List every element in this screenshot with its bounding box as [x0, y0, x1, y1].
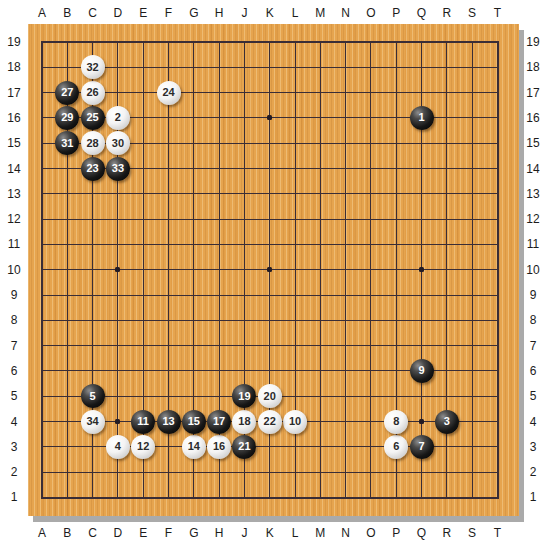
stone-white-22: 22 [258, 410, 282, 434]
stone-move-number: 4 [115, 441, 121, 452]
column-label-top: O [360, 6, 382, 20]
column-label-top: K [259, 6, 281, 20]
stone-white-30: 30 [106, 131, 130, 155]
stone-move-number: 19 [238, 391, 250, 402]
column-label-bottom: B [56, 526, 78, 540]
stone-white-2: 2 [106, 106, 130, 130]
stone-white-24: 24 [157, 81, 181, 105]
stone-move-number: 16 [213, 441, 225, 452]
stone-move-number: 3 [444, 416, 450, 427]
stone-white-28: 28 [81, 131, 105, 155]
row-label-left: 7 [3, 339, 25, 353]
column-label-top: A [31, 6, 53, 20]
star-point [267, 115, 272, 120]
stone-move-number: 18 [238, 416, 250, 427]
stone-white-10: 10 [283, 410, 307, 434]
column-label-bottom: D [107, 526, 129, 540]
column-label-top: J [233, 6, 255, 20]
stone-move-number: 20 [264, 391, 276, 402]
stone-move-number: 8 [393, 416, 399, 427]
stone-move-number: 15 [188, 416, 200, 427]
stone-move-number: 14 [188, 441, 200, 452]
star-point [267, 267, 272, 272]
stone-move-number: 34 [86, 416, 98, 427]
stone-white-32: 32 [81, 55, 105, 79]
column-label-top: R [436, 6, 458, 20]
stone-black-33: 33 [106, 157, 130, 181]
row-label-left: 10 [3, 263, 25, 277]
row-label-right: 5 [522, 389, 544, 403]
stone-move-number: 30 [112, 138, 124, 149]
column-label-bottom: F [158, 526, 180, 540]
row-label-right: 4 [522, 415, 544, 429]
stone-move-number: 13 [162, 416, 174, 427]
row-label-left: 19 [3, 35, 25, 49]
row-label-right: 11 [522, 237, 544, 251]
go-diagram-page: 1234567891011121314151617181920212223242… [0, 0, 550, 550]
row-label-right: 12 [522, 212, 544, 226]
stone-black-3: 3 [435, 410, 459, 434]
stone-black-5: 5 [81, 384, 105, 408]
column-label-bottom: Q [411, 526, 433, 540]
row-label-left: 6 [3, 364, 25, 378]
column-label-bottom: R [436, 526, 458, 540]
stone-white-16: 16 [207, 435, 231, 459]
star-point [419, 267, 424, 272]
column-label-bottom: S [461, 526, 483, 540]
stone-move-number: 21 [238, 441, 250, 452]
stone-move-number: 29 [61, 112, 73, 123]
stone-move-number: 32 [86, 62, 98, 73]
column-label-bottom: K [259, 526, 281, 540]
column-label-bottom: T [486, 526, 508, 540]
column-label-top: G [183, 6, 205, 20]
stone-move-number: 23 [86, 163, 98, 174]
stone-black-11: 11 [131, 410, 155, 434]
column-label-bottom: O [360, 526, 382, 540]
stone-move-number: 7 [418, 441, 424, 452]
stone-black-17: 17 [207, 410, 231, 434]
row-label-left: 9 [3, 288, 25, 302]
row-label-left: 3 [3, 440, 25, 454]
row-label-left: 11 [3, 237, 25, 251]
stone-white-34: 34 [81, 410, 105, 434]
row-label-right: 7 [522, 339, 544, 353]
stone-white-4: 4 [106, 435, 130, 459]
column-label-top: F [158, 6, 180, 20]
row-label-right: 10 [522, 263, 544, 277]
stone-white-12: 12 [131, 435, 155, 459]
row-label-right: 14 [522, 162, 544, 176]
stone-black-25: 25 [81, 106, 105, 130]
row-label-right: 18 [522, 60, 544, 74]
stone-move-number: 28 [86, 138, 98, 149]
column-label-top: C [82, 6, 104, 20]
column-label-top: N [335, 6, 357, 20]
row-label-right: 6 [522, 364, 544, 378]
stone-move-number: 12 [137, 441, 149, 452]
column-label-bottom: N [335, 526, 357, 540]
row-label-left: 16 [3, 111, 25, 125]
column-label-bottom: L [284, 526, 306, 540]
row-label-right: 9 [522, 288, 544, 302]
stone-black-27: 27 [55, 81, 79, 105]
stone-black-1: 1 [410, 106, 434, 130]
star-point [115, 419, 120, 424]
column-label-bottom: E [132, 526, 154, 540]
row-label-right: 13 [522, 187, 544, 201]
stone-move-number: 1 [418, 112, 424, 123]
column-label-top: B [56, 6, 78, 20]
stone-move-number: 24 [162, 87, 174, 98]
stone-move-number: 33 [112, 163, 124, 174]
stone-white-20: 20 [258, 384, 282, 408]
stone-move-number: 17 [213, 416, 225, 427]
column-label-bottom: C [82, 526, 104, 540]
stone-white-14: 14 [182, 435, 206, 459]
column-label-top: Q [411, 6, 433, 20]
stone-move-number: 22 [264, 416, 276, 427]
row-label-left: 15 [3, 136, 25, 150]
column-label-top: S [461, 6, 483, 20]
stone-move-number: 25 [86, 112, 98, 123]
column-label-bottom: H [208, 526, 230, 540]
row-label-right: 2 [522, 465, 544, 479]
column-label-bottom: A [31, 526, 53, 540]
stone-black-23: 23 [81, 157, 105, 181]
column-label-bottom: M [309, 526, 331, 540]
row-label-right: 15 [522, 136, 544, 150]
column-label-top: P [385, 6, 407, 20]
stone-move-number: 26 [86, 87, 98, 98]
row-label-right: 17 [522, 86, 544, 100]
stone-white-26: 26 [81, 81, 105, 105]
row-label-left: 4 [3, 415, 25, 429]
row-label-left: 14 [3, 162, 25, 176]
row-label-left: 12 [3, 212, 25, 226]
stone-white-18: 18 [232, 410, 256, 434]
row-label-left: 1 [3, 490, 25, 504]
column-label-top: H [208, 6, 230, 20]
row-label-left: 13 [3, 187, 25, 201]
row-label-right: 1 [522, 490, 544, 504]
stone-move-number: 11 [137, 416, 149, 427]
stone-move-number: 5 [90, 391, 96, 402]
column-label-top: E [132, 6, 154, 20]
row-label-right: 19 [522, 35, 544, 49]
go-board: 1234567891011121314151617181920212223242… [28, 24, 519, 516]
row-label-right: 3 [522, 440, 544, 454]
column-label-bottom: J [233, 526, 255, 540]
row-label-right: 8 [522, 313, 544, 327]
row-label-left: 8 [3, 313, 25, 327]
stone-black-13: 13 [157, 410, 181, 434]
row-label-left: 5 [3, 389, 25, 403]
column-label-bottom: G [183, 526, 205, 540]
column-label-top: M [309, 6, 331, 20]
stone-white-8: 8 [384, 410, 408, 434]
row-label-right: 16 [522, 111, 544, 125]
row-label-left: 18 [3, 60, 25, 74]
stone-move-number: 27 [61, 87, 73, 98]
row-label-left: 17 [3, 86, 25, 100]
stone-black-7: 7 [410, 435, 434, 459]
stone-black-9: 9 [410, 359, 434, 383]
column-label-bottom: P [385, 526, 407, 540]
stone-move-number: 10 [289, 416, 301, 427]
stone-black-15: 15 [182, 410, 206, 434]
stone-move-number: 9 [418, 365, 424, 376]
star-point [419, 419, 424, 424]
stone-move-number: 31 [61, 138, 73, 149]
row-label-left: 2 [3, 465, 25, 479]
star-point [115, 267, 120, 272]
stone-move-number: 2 [115, 112, 121, 123]
column-label-top: L [284, 6, 306, 20]
stone-move-number: 6 [393, 441, 399, 452]
column-label-top: T [486, 6, 508, 20]
column-label-top: D [107, 6, 129, 20]
stone-white-6: 6 [384, 435, 408, 459]
